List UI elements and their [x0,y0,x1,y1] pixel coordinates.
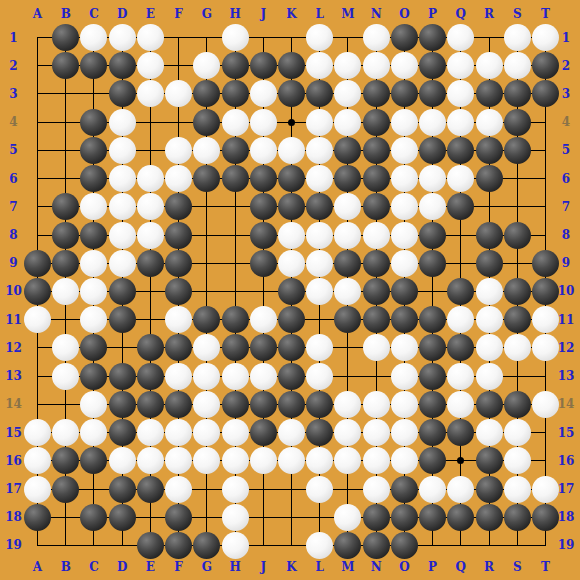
board-cell[interactable] [80,136,108,164]
board-cell[interactable] [164,23,192,51]
board-cell[interactable] [362,52,390,80]
board-cell[interactable] [362,362,390,390]
board-cell[interactable] [164,52,192,80]
board-cell[interactable] [390,475,418,503]
board-cell[interactable] [164,390,192,418]
board-cell[interactable] [221,531,249,559]
board-cell[interactable] [164,277,192,305]
board-cell[interactable] [277,531,305,559]
board-cell[interactable] [221,475,249,503]
board-cell[interactable] [23,164,51,192]
board-cell[interactable] [531,334,559,362]
board-cell[interactable] [108,249,136,277]
board-cell[interactable] [249,390,277,418]
board-cell[interactable] [52,447,80,475]
board-cell[interactable] [390,390,418,418]
board-cell[interactable] [80,503,108,531]
board-cell[interactable] [164,503,192,531]
board-cell[interactable] [193,475,221,503]
board-cell[interactable] [136,418,164,446]
board-cell[interactable] [108,108,136,136]
board-cell[interactable] [23,531,51,559]
board-cell[interactable] [390,531,418,559]
board-cell[interactable] [306,503,334,531]
board-cell[interactable] [475,136,503,164]
board-cell[interactable] [503,418,531,446]
board-cell[interactable] [108,164,136,192]
board-cell[interactable] [418,362,446,390]
board-cell[interactable] [164,475,192,503]
board-cell[interactable] [23,334,51,362]
board-cell[interactable] [503,193,531,221]
board-cell[interactable] [108,531,136,559]
board-cell[interactable] [334,164,362,192]
board-cell[interactable] [447,164,475,192]
board-cell[interactable] [164,108,192,136]
board-cell[interactable] [193,334,221,362]
board-cell[interactable] [531,23,559,51]
board-cell[interactable] [475,475,503,503]
board-cell[interactable] [334,136,362,164]
board-cell[interactable] [108,390,136,418]
board-cell[interactable] [390,164,418,192]
board-cell[interactable] [306,362,334,390]
board-cell[interactable] [390,277,418,305]
board-cell[interactable] [136,306,164,334]
board-cell[interactable] [306,108,334,136]
board-cell[interactable] [306,193,334,221]
board-cell[interactable] [334,334,362,362]
board-cell[interactable] [164,334,192,362]
board-cell[interactable] [136,447,164,475]
board-cell[interactable] [447,390,475,418]
board-cell[interactable] [503,334,531,362]
board-cell[interactable] [277,108,305,136]
board-cell[interactable] [334,249,362,277]
board-cell[interactable] [475,531,503,559]
board-cell[interactable] [334,503,362,531]
board-cell[interactable] [503,221,531,249]
board-cell[interactable] [277,249,305,277]
board-cell[interactable] [362,306,390,334]
board-cell[interactable] [418,249,446,277]
board-cell[interactable] [475,390,503,418]
board-cell[interactable] [193,193,221,221]
board-cell[interactable] [362,418,390,446]
board-cell[interactable] [193,531,221,559]
board-cell[interactable] [306,306,334,334]
board-cell[interactable] [277,334,305,362]
board-cell[interactable] [362,23,390,51]
board-cell[interactable] [80,531,108,559]
board-cell[interactable] [306,249,334,277]
board-cell[interactable] [136,164,164,192]
board-cell[interactable] [362,108,390,136]
board-cell[interactable] [249,136,277,164]
board-cell[interactable] [108,447,136,475]
board-cell[interactable] [52,193,80,221]
board-cell[interactable] [531,164,559,192]
board-cell[interactable] [418,221,446,249]
board-cell[interactable] [221,362,249,390]
board-cell[interactable] [334,362,362,390]
board-cell[interactable] [249,52,277,80]
board-cell[interactable] [447,306,475,334]
board-cell[interactable] [418,418,446,446]
board-cell[interactable] [52,80,80,108]
board-cell[interactable] [193,447,221,475]
board-cell[interactable] [306,334,334,362]
board-cell[interactable] [447,193,475,221]
board-cell[interactable] [80,334,108,362]
board-cell[interactable] [23,503,51,531]
board-cell[interactable] [136,80,164,108]
board-cell[interactable] [277,164,305,192]
board-cell[interactable] [136,193,164,221]
board-cell[interactable] [390,108,418,136]
board-cell[interactable] [531,193,559,221]
board-cell[interactable] [390,249,418,277]
board-cell[interactable] [362,277,390,305]
board-cell[interactable] [306,136,334,164]
board-cell[interactable] [52,52,80,80]
board-cell[interactable] [447,334,475,362]
board-cell[interactable] [164,193,192,221]
board-cell[interactable] [221,249,249,277]
board-cell[interactable] [164,306,192,334]
board-cell[interactable] [108,80,136,108]
board-cell[interactable] [277,277,305,305]
board-cell[interactable] [390,80,418,108]
board-cell[interactable] [277,136,305,164]
board-cell[interactable] [531,136,559,164]
board-cell[interactable] [418,277,446,305]
board-cell[interactable] [306,80,334,108]
board-cell[interactable] [164,136,192,164]
board-cell[interactable] [108,52,136,80]
board-cell[interactable] [390,136,418,164]
board-cell[interactable] [531,249,559,277]
board-cell[interactable] [390,221,418,249]
board-cell[interactable] [306,52,334,80]
board-cell[interactable] [362,447,390,475]
board-cell[interactable] [418,334,446,362]
board-cell[interactable] [503,108,531,136]
board-cell[interactable] [475,306,503,334]
board-cell[interactable] [193,390,221,418]
board-cell[interactable] [418,108,446,136]
board-cell[interactable] [447,418,475,446]
board-cell[interactable] [306,23,334,51]
board-cell[interactable] [447,475,475,503]
board-cell[interactable] [136,390,164,418]
board-cell[interactable] [362,221,390,249]
board-cell[interactable] [249,531,277,559]
board-cell[interactable] [193,80,221,108]
board-cell[interactable] [221,334,249,362]
board-cell[interactable] [362,249,390,277]
board-cell[interactable] [334,277,362,305]
board-cell[interactable] [193,108,221,136]
board-cell[interactable] [475,277,503,305]
board-cell[interactable] [390,193,418,221]
board-cell[interactable] [475,221,503,249]
board-cell[interactable] [136,277,164,305]
board-cell[interactable] [136,23,164,51]
board-cell[interactable] [447,503,475,531]
board-cell[interactable] [23,390,51,418]
board-cell[interactable] [447,80,475,108]
board-cell[interactable] [306,277,334,305]
board-cell[interactable] [249,277,277,305]
board-cell[interactable] [52,418,80,446]
board-cell[interactable] [249,108,277,136]
board-cell[interactable] [503,390,531,418]
board-cell[interactable] [418,447,446,475]
board-cell[interactable] [418,193,446,221]
board-cell[interactable] [475,193,503,221]
board-cell[interactable] [249,164,277,192]
board-cell[interactable] [418,52,446,80]
board-cell[interactable] [23,277,51,305]
board-cell[interactable] [221,108,249,136]
board-cell[interactable] [418,306,446,334]
board-cell[interactable] [362,136,390,164]
board-cell[interactable] [193,503,221,531]
board-cell[interactable] [108,362,136,390]
board-cell[interactable] [334,23,362,51]
board-cell[interactable] [475,23,503,51]
board-cell[interactable] [447,221,475,249]
board-cell[interactable] [23,306,51,334]
board-cell[interactable] [475,447,503,475]
board-cell[interactable] [108,503,136,531]
board-cell[interactable] [531,306,559,334]
board-cell[interactable] [249,418,277,446]
board-cell[interactable] [193,277,221,305]
board-cell[interactable] [80,390,108,418]
board-cell[interactable] [108,136,136,164]
board-cell[interactable] [108,334,136,362]
board-cell[interactable] [221,306,249,334]
board-cell[interactable] [164,447,192,475]
board-cell[interactable] [136,362,164,390]
board-cell[interactable] [23,447,51,475]
board-cell[interactable] [80,475,108,503]
board-cell[interactable] [164,418,192,446]
board-cell[interactable] [164,164,192,192]
board-cell[interactable] [108,418,136,446]
board-cell[interactable] [193,52,221,80]
board-cell[interactable] [334,80,362,108]
board-cell[interactable] [503,80,531,108]
board-cell[interactable] [390,52,418,80]
board-cell[interactable] [136,52,164,80]
board-cell[interactable] [503,503,531,531]
board-cell[interactable] [531,475,559,503]
board-cell[interactable] [418,531,446,559]
board-cell[interactable] [306,221,334,249]
board-cell[interactable] [447,52,475,80]
board-cell[interactable] [221,136,249,164]
board-cell[interactable] [108,221,136,249]
board-cell[interactable] [52,23,80,51]
board-cell[interactable] [503,306,531,334]
board-cell[interactable] [531,503,559,531]
board-cell[interactable] [249,306,277,334]
board-cell[interactable] [52,164,80,192]
board-cell[interactable] [334,306,362,334]
board-cell[interactable] [52,531,80,559]
board-cell[interactable] [52,249,80,277]
board-cell[interactable] [503,447,531,475]
board-cell[interactable] [80,447,108,475]
board-cell[interactable] [334,418,362,446]
board-cell[interactable] [362,475,390,503]
board-cell[interactable] [80,108,108,136]
board-cell[interactable] [447,447,475,475]
board-cell[interactable] [193,418,221,446]
board-cell[interactable] [277,23,305,51]
board-cell[interactable] [23,475,51,503]
board-cell[interactable] [52,390,80,418]
board-cell[interactable] [221,418,249,446]
board-cell[interactable] [221,503,249,531]
board-cell[interactable] [418,23,446,51]
board-cell[interactable] [164,249,192,277]
board-cell[interactable] [531,418,559,446]
board-cell[interactable] [503,136,531,164]
board-cell[interactable] [531,80,559,108]
board-cell[interactable] [221,80,249,108]
board-cell[interactable] [531,362,559,390]
board-cell[interactable] [80,277,108,305]
board-cell[interactable] [108,277,136,305]
board-cell[interactable] [193,306,221,334]
board-cell[interactable] [531,108,559,136]
board-cell[interactable] [418,136,446,164]
board-cell[interactable] [447,362,475,390]
board-cell[interactable] [249,249,277,277]
board-cell[interactable] [362,193,390,221]
board-cell[interactable] [164,221,192,249]
board-cell[interactable] [447,277,475,305]
board-cell[interactable] [503,164,531,192]
board-cell[interactable] [418,80,446,108]
board-cell[interactable] [52,108,80,136]
board-cell[interactable] [277,418,305,446]
board-cell[interactable] [362,390,390,418]
board-cell[interactable] [334,52,362,80]
board-cell[interactable] [306,531,334,559]
board-cell[interactable] [193,164,221,192]
board-cell[interactable] [108,475,136,503]
board-cell[interactable] [531,52,559,80]
board-cell[interactable] [136,531,164,559]
board-cell[interactable] [52,306,80,334]
board-cell[interactable] [418,164,446,192]
board-cell[interactable] [80,80,108,108]
board-cell[interactable] [221,193,249,221]
board-cell[interactable] [52,136,80,164]
board-cell[interactable] [531,447,559,475]
board-cell[interactable] [193,23,221,51]
board-cell[interactable] [108,193,136,221]
board-cell[interactable] [277,503,305,531]
board-cell[interactable] [80,362,108,390]
board-cell[interactable] [475,164,503,192]
board-cell[interactable] [475,80,503,108]
board-cell[interactable] [390,503,418,531]
board-cell[interactable] [23,418,51,446]
board-cell[interactable] [23,80,51,108]
board-cell[interactable] [23,136,51,164]
board-cell[interactable] [221,23,249,51]
board-cell[interactable] [334,390,362,418]
board-cell[interactable] [306,164,334,192]
board-cell[interactable] [23,108,51,136]
board-cell[interactable] [108,23,136,51]
board-cell[interactable] [136,221,164,249]
board-cell[interactable] [221,447,249,475]
board-cell[interactable] [475,418,503,446]
board-cell[interactable] [136,334,164,362]
board-cell[interactable] [80,249,108,277]
board-cell[interactable] [475,503,503,531]
board-cell[interactable] [249,362,277,390]
board-cell[interactable] [277,52,305,80]
board-cell[interactable] [418,390,446,418]
board-cell[interactable] [503,531,531,559]
board-cell[interactable] [23,221,51,249]
board-cell[interactable] [334,193,362,221]
board-cell[interactable] [334,447,362,475]
board-cell[interactable] [249,447,277,475]
board-cell[interactable] [503,52,531,80]
board-cell[interactable] [164,80,192,108]
board-cell[interactable] [503,23,531,51]
board-cell[interactable] [306,390,334,418]
board-cell[interactable] [503,475,531,503]
board-cell[interactable] [52,277,80,305]
board-cell[interactable] [475,249,503,277]
board-cell[interactable] [249,80,277,108]
board-cell[interactable] [221,52,249,80]
board-cell[interactable] [475,52,503,80]
board-cell[interactable] [136,475,164,503]
board-cell[interactable] [418,475,446,503]
board-cell[interactable] [277,80,305,108]
board-cell[interactable] [249,221,277,249]
board-cell[interactable] [193,136,221,164]
board-cell[interactable] [221,390,249,418]
board-cell[interactable] [531,531,559,559]
board-cell[interactable] [23,193,51,221]
board-cell[interactable] [193,249,221,277]
board-cell[interactable] [23,52,51,80]
board-cell[interactable] [447,249,475,277]
board-cell[interactable] [306,475,334,503]
board-cell[interactable] [136,136,164,164]
board-cell[interactable] [249,193,277,221]
board-cell[interactable] [249,475,277,503]
board-cell[interactable] [447,136,475,164]
board-cell[interactable] [80,164,108,192]
board-cell[interactable] [277,221,305,249]
board-cell[interactable] [249,334,277,362]
board-cell[interactable] [193,221,221,249]
board-cell[interactable] [362,503,390,531]
